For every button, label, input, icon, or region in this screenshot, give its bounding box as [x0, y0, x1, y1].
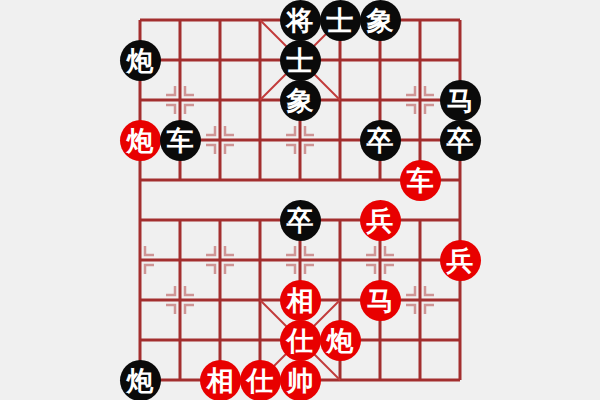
piece-black-elephant[interactable]: 象: [360, 0, 401, 41]
piece-red-king[interactable]: 帅: [280, 360, 321, 400]
xiangqi-app-background: 将士象炮士象马炮车卒卒车卒兵兵相马仕炮炮相仕帅: [0, 0, 600, 400]
piece-black-advisor[interactable]: 士: [280, 40, 321, 81]
piece-red-soldier[interactable]: 兵: [440, 240, 481, 281]
piece-black-advisor[interactable]: 士: [320, 0, 361, 41]
piece-black-soldier[interactable]: 卒: [440, 120, 481, 161]
xiangqi-board[interactable]: 将士象炮士象马炮车卒卒车卒兵兵相马仕炮炮相仕帅: [120, 0, 480, 400]
piece-black-chariot[interactable]: 车: [160, 120, 201, 161]
piece-black-elephant[interactable]: 象: [280, 80, 321, 121]
piece-red-chariot[interactable]: 车: [400, 160, 441, 201]
piece-black-cannon[interactable]: 炮: [120, 40, 161, 81]
piece-red-soldier[interactable]: 兵: [360, 200, 401, 241]
piece-red-advisor[interactable]: 仕: [240, 360, 281, 400]
piece-red-horse[interactable]: 马: [360, 280, 401, 321]
piece-red-elephant[interactable]: 相: [200, 360, 241, 400]
piece-black-horse[interactable]: 马: [440, 80, 481, 121]
piece-red-cannon[interactable]: 炮: [120, 120, 161, 161]
piece-black-king[interactable]: 将: [280, 0, 321, 41]
piece-red-elephant[interactable]: 相: [280, 280, 321, 321]
piece-red-cannon[interactable]: 炮: [320, 320, 361, 361]
piece-black-cannon[interactable]: 炮: [120, 360, 161, 400]
piece-black-soldier[interactable]: 卒: [280, 200, 321, 241]
piece-red-advisor[interactable]: 仕: [280, 320, 321, 361]
piece-black-soldier[interactable]: 卒: [360, 120, 401, 161]
